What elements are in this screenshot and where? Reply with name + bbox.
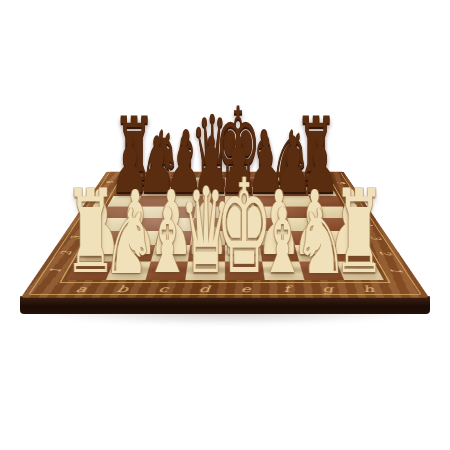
scene: abcdefgh 87654321 87654321 ♜♞♝♛♚♝♞♜♟♟♟♟♟… <box>0 0 450 450</box>
white-rook-glyph: ♜ <box>333 176 385 292</box>
pieces-layer: ♜♞♝♛♚♝♞♜♟♟♟♟♟♟♟♟♟♟♟♟♟♟♟♟♜♞♝♛♚♝♞♜ <box>0 0 450 450</box>
